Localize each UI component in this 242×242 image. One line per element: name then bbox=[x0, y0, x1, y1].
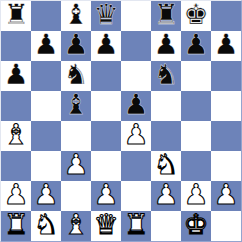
square-d2[interactable]: ♟ bbox=[91, 181, 121, 211]
white-bishop[interactable]: ♝ bbox=[3, 121, 28, 149]
square-b4[interactable] bbox=[31, 121, 61, 151]
white-pawn[interactable]: ♟ bbox=[123, 121, 148, 149]
white-pawn[interactable]: ♟ bbox=[213, 181, 238, 209]
white-pawn[interactable]: ♟ bbox=[153, 181, 178, 209]
square-g3[interactable] bbox=[181, 151, 211, 181]
white-rook[interactable]: ♜ bbox=[123, 211, 148, 239]
white-pawn[interactable]: ♟ bbox=[183, 181, 208, 209]
square-c6[interactable]: ♞ bbox=[61, 61, 91, 91]
square-d6[interactable] bbox=[91, 61, 121, 91]
white-rook[interactable]: ♜ bbox=[3, 211, 28, 239]
square-c8[interactable]: ♝ bbox=[61, 1, 91, 31]
square-d1[interactable]: ♛ bbox=[91, 211, 121, 241]
square-a8[interactable]: ♜ bbox=[1, 1, 31, 31]
square-a6[interactable]: ♟ bbox=[1, 61, 31, 91]
square-b8[interactable] bbox=[31, 1, 61, 31]
black-knight[interactable]: ♞ bbox=[153, 61, 178, 89]
square-b7[interactable]: ♟ bbox=[31, 31, 61, 61]
white-knight[interactable]: ♞ bbox=[153, 151, 178, 179]
square-h2[interactable]: ♟ bbox=[211, 181, 241, 211]
black-pawn[interactable]: ♟ bbox=[33, 31, 58, 59]
black-pawn[interactable]: ♟ bbox=[183, 31, 208, 59]
square-e1[interactable]: ♜ bbox=[121, 211, 151, 241]
square-g6[interactable] bbox=[181, 61, 211, 91]
square-f5[interactable] bbox=[151, 91, 181, 121]
black-king[interactable]: ♚ bbox=[183, 1, 208, 29]
square-b3[interactable] bbox=[31, 151, 61, 181]
square-f6[interactable]: ♞ bbox=[151, 61, 181, 91]
square-h6[interactable] bbox=[211, 61, 241, 91]
square-a3[interactable] bbox=[1, 151, 31, 181]
black-pawn[interactable]: ♟ bbox=[153, 31, 178, 59]
square-f2[interactable]: ♟ bbox=[151, 181, 181, 211]
square-c5[interactable]: ♝ bbox=[61, 91, 91, 121]
square-g5[interactable] bbox=[181, 91, 211, 121]
square-d5[interactable] bbox=[91, 91, 121, 121]
white-queen[interactable]: ♛ bbox=[93, 211, 118, 239]
square-h4[interactable] bbox=[211, 121, 241, 151]
square-b2[interactable]: ♟ bbox=[31, 181, 61, 211]
square-b6[interactable] bbox=[31, 61, 61, 91]
square-e8[interactable] bbox=[121, 1, 151, 31]
white-king[interactable]: ♚ bbox=[183, 211, 208, 239]
square-g2[interactable]: ♟ bbox=[181, 181, 211, 211]
square-a4[interactable]: ♝ bbox=[1, 121, 31, 151]
white-pawn[interactable]: ♟ bbox=[93, 181, 118, 209]
square-f4[interactable] bbox=[151, 121, 181, 151]
black-rook[interactable]: ♜ bbox=[153, 1, 178, 29]
square-g4[interactable] bbox=[181, 121, 211, 151]
square-c3[interactable]: ♟ bbox=[61, 151, 91, 181]
square-e4[interactable]: ♟ bbox=[121, 121, 151, 151]
black-pawn[interactable]: ♟ bbox=[63, 31, 88, 59]
white-pawn[interactable]: ♟ bbox=[3, 181, 28, 209]
white-bishop[interactable]: ♝ bbox=[63, 211, 88, 239]
square-a1[interactable]: ♜ bbox=[1, 211, 31, 241]
square-a5[interactable] bbox=[1, 91, 31, 121]
white-knight[interactable]: ♞ bbox=[33, 211, 58, 239]
square-f8[interactable]: ♜ bbox=[151, 1, 181, 31]
square-d8[interactable]: ♛ bbox=[91, 1, 121, 31]
square-f7[interactable]: ♟ bbox=[151, 31, 181, 61]
chess-board: ♜♝♛♜♚♟♟♟♟♟♟♟♞♞♝♟♝♟♟♞♟♟♟♟♟♟♜♞♝♛♜♚ bbox=[0, 0, 242, 242]
black-rook[interactable]: ♜ bbox=[3, 1, 28, 29]
black-queen[interactable]: ♛ bbox=[93, 1, 118, 29]
square-b5[interactable] bbox=[31, 91, 61, 121]
square-g7[interactable]: ♟ bbox=[181, 31, 211, 61]
square-h5[interactable] bbox=[211, 91, 241, 121]
white-pawn[interactable]: ♟ bbox=[63, 151, 88, 179]
square-c2[interactable] bbox=[61, 181, 91, 211]
black-knight[interactable]: ♞ bbox=[63, 61, 88, 89]
square-d7[interactable]: ♟ bbox=[91, 31, 121, 61]
square-a7[interactable] bbox=[1, 31, 31, 61]
black-pawn[interactable]: ♟ bbox=[93, 31, 118, 59]
square-f1[interactable] bbox=[151, 211, 181, 241]
square-c4[interactable] bbox=[61, 121, 91, 151]
square-f3[interactable]: ♞ bbox=[151, 151, 181, 181]
white-pawn[interactable]: ♟ bbox=[33, 181, 58, 209]
square-a2[interactable]: ♟ bbox=[1, 181, 31, 211]
square-e6[interactable] bbox=[121, 61, 151, 91]
square-h1[interactable] bbox=[211, 211, 241, 241]
square-e2[interactable] bbox=[121, 181, 151, 211]
square-c7[interactable]: ♟ bbox=[61, 31, 91, 61]
square-h8[interactable] bbox=[211, 1, 241, 31]
square-g1[interactable]: ♚ bbox=[181, 211, 211, 241]
square-e5[interactable]: ♟ bbox=[121, 91, 151, 121]
square-e3[interactable] bbox=[121, 151, 151, 181]
square-h3[interactable] bbox=[211, 151, 241, 181]
square-d3[interactable] bbox=[91, 151, 121, 181]
black-bishop[interactable]: ♝ bbox=[63, 91, 88, 119]
square-h7[interactable]: ♟ bbox=[211, 31, 241, 61]
black-pawn[interactable]: ♟ bbox=[213, 31, 238, 59]
square-e7[interactable] bbox=[121, 31, 151, 61]
square-g8[interactable]: ♚ bbox=[181, 1, 211, 31]
black-pawn[interactable]: ♟ bbox=[123, 91, 148, 119]
black-pawn[interactable]: ♟ bbox=[3, 61, 28, 89]
black-bishop[interactable]: ♝ bbox=[63, 1, 88, 29]
square-d4[interactable] bbox=[91, 121, 121, 151]
square-b1[interactable]: ♞ bbox=[31, 211, 61, 241]
square-c1[interactable]: ♝ bbox=[61, 211, 91, 241]
